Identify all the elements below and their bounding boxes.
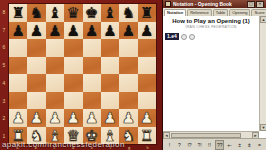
tab-score-sheet[interactable]: Score sheet xyxy=(251,9,266,16)
vertical-scrollbar[interactable]: ▲ ▼ xyxy=(259,16,266,131)
symbol-button[interactable]: ?? xyxy=(215,140,224,150)
rank-label-7: 7 xyxy=(0,21,8,39)
square-a2[interactable]: ♟ xyxy=(9,109,27,127)
symbol-button[interactable]: ∞ xyxy=(265,140,266,150)
square-b2[interactable]: ♟ xyxy=(27,109,45,127)
square-g3[interactable] xyxy=(119,92,137,110)
square-e5[interactable] xyxy=(83,57,101,75)
square-a7[interactable]: ♟ xyxy=(9,22,27,40)
square-a4[interactable] xyxy=(9,74,27,92)
tab-notation[interactable]: Notation xyxy=(164,9,186,16)
square-d3[interactable] xyxy=(64,92,82,110)
square-d4[interactable] xyxy=(64,74,82,92)
square-h3[interactable] xyxy=(138,92,156,110)
piece-black-pawn[interactable]: ♟ xyxy=(48,23,61,38)
square-g7[interactable]: ♟ xyxy=(119,22,137,40)
square-h7[interactable]: ♟ xyxy=(138,22,156,40)
watermark-text: apakit.com/iranchessfederation xyxy=(2,140,125,149)
square-e2[interactable]: ♟ xyxy=(83,109,101,127)
square-b5[interactable] xyxy=(27,57,45,75)
square-e4[interactable] xyxy=(83,74,101,92)
current-move[interactable]: 1.e4 xyxy=(165,33,179,40)
square-b7[interactable]: ♟ xyxy=(27,22,45,40)
square-g5[interactable] xyxy=(119,57,137,75)
square-c5[interactable] xyxy=(46,57,64,75)
piece-black-pawn[interactable]: ♟ xyxy=(122,23,135,38)
square-d2[interactable]: ♟ xyxy=(64,109,82,127)
rank-label-5: 5 xyxy=(0,56,8,74)
square-d8[interactable]: ♛ xyxy=(64,4,82,22)
piece-white-pawn[interactable]: ♟ xyxy=(122,110,135,125)
piece-black-queen[interactable]: ♛ xyxy=(67,5,80,20)
symbol-button[interactable]: +- xyxy=(225,140,234,150)
piece-black-bishop[interactable]: ♝ xyxy=(103,5,116,20)
square-f5[interactable] xyxy=(101,57,119,75)
symbol-button[interactable]: ⩲ xyxy=(245,140,254,150)
square-d6[interactable] xyxy=(64,39,82,57)
square-a3[interactable] xyxy=(9,92,27,110)
square-d5[interactable] xyxy=(64,57,82,75)
horizontal-scrollbar[interactable]: ◄ ► xyxy=(163,131,259,138)
annotation-icon[interactable] xyxy=(181,34,187,40)
piece-black-pawn[interactable]: ♟ xyxy=(140,23,153,38)
symbol-button[interactable]: ?! xyxy=(195,140,204,150)
piece-black-bishop[interactable]: ♝ xyxy=(48,5,61,20)
notation-area[interactable]: How to Play an Opening (1) Iran Chess Fe… xyxy=(163,16,259,131)
square-c6[interactable] xyxy=(46,39,64,57)
file-label-h: h xyxy=(138,145,157,150)
piece-white-pawn[interactable]: ♟ xyxy=(11,110,24,125)
notation-panel: Notation - Opening Book ▢ ✕ NotationRefe… xyxy=(162,0,266,150)
annotation-icon[interactable] xyxy=(189,34,195,40)
symbol-button[interactable]: ± xyxy=(235,140,244,150)
piece-black-king[interactable]: ♚ xyxy=(85,5,98,20)
tab-table[interactable]: Table xyxy=(213,9,229,16)
window-icon xyxy=(165,1,171,7)
piece-black-knight[interactable]: ♞ xyxy=(30,5,43,20)
symbol-button[interactable]: !! xyxy=(205,140,214,150)
piece-white-pawn[interactable]: ♟ xyxy=(85,110,98,125)
rank-label-2: 2 xyxy=(0,110,8,128)
piece-black-pawn[interactable]: ♟ xyxy=(103,23,116,38)
piece-white-pawn[interactable]: ♟ xyxy=(103,110,116,125)
move-line: 1.e4 xyxy=(165,33,259,40)
scroll-up-icon[interactable]: ▲ xyxy=(260,16,266,23)
square-a8[interactable]: ♜ xyxy=(9,4,27,22)
close-button[interactable]: ✕ xyxy=(256,1,264,8)
square-h5[interactable] xyxy=(138,57,156,75)
square-h6[interactable] xyxy=(138,39,156,57)
piece-white-pawn[interactable]: ♟ xyxy=(67,110,80,125)
square-b6[interactable] xyxy=(27,39,45,57)
maximize-button[interactable]: ▢ xyxy=(247,1,255,8)
square-h2[interactable]: ♟ xyxy=(138,109,156,127)
square-g2[interactable]: ♟ xyxy=(119,109,137,127)
square-f4[interactable] xyxy=(101,74,119,92)
square-c7[interactable]: ♟ xyxy=(46,22,64,40)
rank-label-4: 4 xyxy=(0,74,8,92)
square-f8[interactable]: ♝ xyxy=(101,4,119,22)
square-e3[interactable] xyxy=(83,92,101,110)
square-f2[interactable]: ♟ xyxy=(101,109,119,127)
square-c8[interactable]: ♝ xyxy=(46,4,64,22)
square-f6[interactable] xyxy=(101,39,119,57)
scroll-down-icon[interactable]: ▼ xyxy=(260,124,266,131)
panel-title: Notation - Opening Book xyxy=(173,0,246,8)
square-e8[interactable]: ♚ xyxy=(83,4,101,22)
piece-black-pawn[interactable]: ♟ xyxy=(11,23,24,38)
board-grid[interactable]: ♜♞♝♛♚♝♞♜♟♟♟♟♟♟♟♟♟♟♟♟♟♟♟♟♜♞♝♛♚♝♞♜ xyxy=(8,3,157,145)
app-window: 87654321 ♜♞♝♛♚♝♞♜♟♟♟♟♟♟♟♟♟♟♟♟♟♟♟♟♜♞♝♛♚♝♞… xyxy=(0,0,266,150)
square-b4[interactable] xyxy=(27,74,45,92)
square-g4[interactable] xyxy=(119,74,137,92)
symbol-button[interactable]: !? xyxy=(185,140,194,150)
annotation-toolbar: !?!??!!!??+-±⩲=∞⩱∓-+ xyxy=(163,138,266,150)
piece-black-pawn[interactable]: ♟ xyxy=(30,23,43,38)
square-b8[interactable]: ♞ xyxy=(27,4,45,22)
square-d7[interactable]: ♟ xyxy=(64,22,82,40)
square-e7[interactable]: ♟ xyxy=(83,22,101,40)
symbol-button[interactable]: = xyxy=(255,140,264,150)
square-g6[interactable] xyxy=(119,39,137,57)
piece-black-pawn[interactable]: ♟ xyxy=(85,23,98,38)
tab-reference[interactable]: Reference xyxy=(187,9,211,16)
board-frame: 87654321 ♜♞♝♛♚♝♞♜♟♟♟♟♟♟♟♟♟♟♟♟♟♟♟♟♜♞♝♛♚♝♞… xyxy=(0,0,162,150)
rank-label-3: 3 xyxy=(0,92,8,110)
square-f3[interactable] xyxy=(101,92,119,110)
square-c2[interactable]: ♟ xyxy=(46,109,64,127)
piece-white-pawn[interactable]: ♟ xyxy=(48,110,61,125)
symbol-button[interactable]: ! xyxy=(165,140,174,150)
game-heading: How to Play an Opening (1) xyxy=(163,18,259,24)
piece-white-pawn[interactable]: ♟ xyxy=(30,110,43,125)
piece-black-rook[interactable]: ♜ xyxy=(140,5,153,20)
piece-black-knight[interactable]: ♞ xyxy=(122,5,135,20)
game-subheading: Iran Chess Federation xyxy=(163,25,259,29)
piece-black-rook[interactable]: ♜ xyxy=(11,5,24,20)
square-h1[interactable]: ♜ xyxy=(138,127,156,145)
square-h4[interactable] xyxy=(138,74,156,92)
square-a5[interactable] xyxy=(9,57,27,75)
square-c4[interactable] xyxy=(46,74,64,92)
square-b3[interactable] xyxy=(27,92,45,110)
square-c3[interactable] xyxy=(46,92,64,110)
rank-labels: 87654321 xyxy=(0,3,8,145)
piece-white-pawn[interactable]: ♟ xyxy=(140,110,153,125)
symbol-button[interactable]: ? xyxy=(175,140,184,150)
square-f7[interactable]: ♟ xyxy=(101,22,119,40)
square-h8[interactable]: ♜ xyxy=(138,4,156,22)
square-a6[interactable] xyxy=(9,39,27,57)
rank-label-8: 8 xyxy=(0,3,8,21)
panel-titlebar[interactable]: Notation - Opening Book ▢ ✕ xyxy=(163,0,266,8)
tab-opening[interactable]: Opening xyxy=(229,9,250,16)
piece-black-pawn[interactable]: ♟ xyxy=(67,23,80,38)
square-e6[interactable] xyxy=(83,39,101,57)
piece-white-rook[interactable]: ♜ xyxy=(140,128,153,143)
rank-label-6: 6 xyxy=(0,39,8,57)
square-g8[interactable]: ♞ xyxy=(119,4,137,22)
